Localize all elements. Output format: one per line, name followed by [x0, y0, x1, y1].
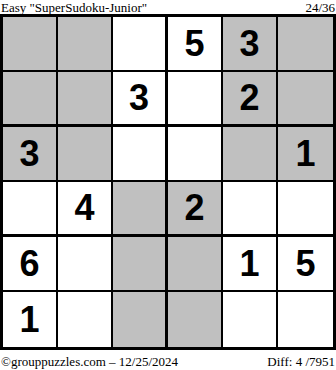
cell-r5c2[interactable]: [58, 237, 113, 292]
cell-r2c5[interactable]: 2: [223, 72, 278, 127]
cell-r4c2[interactable]: 4: [58, 182, 113, 237]
cell-r1c3[interactable]: [113, 17, 168, 72]
cell-r6c5[interactable]: [223, 292, 278, 347]
cell-r5c1[interactable]: 6: [3, 237, 58, 292]
cell-r3c2[interactable]: [58, 127, 113, 182]
header: Easy "SuperSudoku-Junior" 24/36: [0, 0, 336, 14]
cell-r4c3[interactable]: [113, 182, 168, 237]
cell-r6c6[interactable]: [278, 292, 333, 347]
cell-r3c6[interactable]: 1: [278, 127, 333, 182]
cell-r1c6[interactable]: [278, 17, 333, 72]
givens-count: 24/36: [305, 1, 335, 14]
cell-r4c5[interactable]: [223, 182, 278, 237]
cell-r4c4[interactable]: 2: [168, 182, 223, 237]
puzzle-page: Easy "SuperSudoku-Junior" 24/36 53323142…: [0, 0, 336, 370]
sudoku-board: 533231426151: [0, 14, 336, 350]
cell-r5c4[interactable]: [168, 237, 223, 292]
cell-r5c3[interactable]: [113, 237, 168, 292]
footer: ©grouppuzzles.com – 12/25/2024 Diff: 4 /…: [0, 354, 336, 368]
cell-r5c6[interactable]: 5: [278, 237, 333, 292]
cell-r4c1[interactable]: [3, 182, 58, 237]
copyright-text: ©grouppuzzles.com – 12/25/2024: [1, 355, 178, 368]
cell-r1c4[interactable]: 5: [168, 17, 223, 72]
cell-r6c4[interactable]: [168, 292, 223, 347]
cell-r6c1[interactable]: 1: [3, 292, 58, 347]
cell-r3c3[interactable]: [113, 127, 168, 182]
difficulty-text: Diff: 4 /7951: [267, 355, 335, 368]
cell-r6c2[interactable]: [58, 292, 113, 347]
cell-r5c5[interactable]: 1: [223, 237, 278, 292]
puzzle-title: Easy "SuperSudoku-Junior": [1, 1, 147, 14]
cell-r1c5[interactable]: 3: [223, 17, 278, 72]
cell-r2c4[interactable]: [168, 72, 223, 127]
cell-r4c6[interactable]: [278, 182, 333, 237]
cell-r2c2[interactable]: [58, 72, 113, 127]
cell-r2c3[interactable]: 3: [113, 72, 168, 127]
cell-r2c1[interactable]: [3, 72, 58, 127]
cell-r3c5[interactable]: [223, 127, 278, 182]
cell-r1c2[interactable]: [58, 17, 113, 72]
cell-r3c1[interactable]: 3: [3, 127, 58, 182]
cell-r3c4[interactable]: [168, 127, 223, 182]
cell-r6c3[interactable]: [113, 292, 168, 347]
cell-r1c1[interactable]: [3, 17, 58, 72]
cell-r2c6[interactable]: [278, 72, 333, 127]
